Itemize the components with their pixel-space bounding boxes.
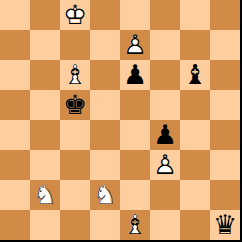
square-f5[interactable]	[150, 90, 180, 120]
white-knight[interactable]: ♞♘	[90, 180, 120, 210]
white-king-outline: ♔	[60, 0, 90, 30]
white-knight[interactable]: ♞♘	[30, 180, 60, 210]
black-king-glyph: ♚	[60, 90, 90, 120]
square-b4[interactable]	[30, 120, 60, 150]
square-c2[interactable]	[60, 180, 90, 210]
square-e6[interactable]: ♟	[120, 60, 150, 90]
square-c6[interactable]: ♝♗	[60, 60, 90, 90]
square-f2[interactable]	[150, 180, 180, 210]
square-a7[interactable]	[0, 30, 30, 60]
square-f4[interactable]: ♟	[150, 120, 180, 150]
chess-diagram: ♚♔♟♙♝♗♟♝♚♟♟♙♞♘♞♘♝♗♛	[0, 0, 242, 242]
square-e1[interactable]: ♝♗	[120, 210, 150, 240]
square-h3[interactable]	[210, 150, 240, 180]
white-pawn-outline: ♙	[150, 150, 180, 180]
square-g1[interactable]	[180, 210, 210, 240]
chess-board: ♚♔♟♙♝♗♟♝♚♟♟♙♞♘♞♘♝♗♛	[0, 0, 242, 242]
square-c8[interactable]: ♚♔	[60, 0, 90, 30]
square-h8[interactable]	[210, 0, 240, 30]
white-bishop[interactable]: ♝♗	[60, 60, 90, 90]
square-d6[interactable]	[90, 60, 120, 90]
square-e2[interactable]	[120, 180, 150, 210]
black-pawn-glyph: ♟	[150, 120, 180, 150]
square-g3[interactable]	[180, 150, 210, 180]
black-bishop-glyph: ♝	[180, 60, 210, 90]
square-c3[interactable]	[60, 150, 90, 180]
white-pawn-outline: ♙	[120, 30, 150, 60]
square-a6[interactable]	[0, 60, 30, 90]
square-h5[interactable]	[210, 90, 240, 120]
black-pawn-glyph: ♟	[120, 60, 150, 90]
square-g5[interactable]	[180, 90, 210, 120]
black-queen[interactable]: ♛	[210, 210, 240, 240]
square-c7[interactable]	[60, 30, 90, 60]
square-c5[interactable]: ♚	[60, 90, 90, 120]
square-b6[interactable]	[30, 60, 60, 90]
square-a1[interactable]	[0, 210, 30, 240]
square-c4[interactable]	[60, 120, 90, 150]
square-f8[interactable]	[150, 0, 180, 30]
square-b3[interactable]	[30, 150, 60, 180]
square-f1[interactable]	[150, 210, 180, 240]
white-knight-outline: ♘	[30, 180, 60, 210]
black-bishop[interactable]: ♝	[180, 60, 210, 90]
square-b1[interactable]	[30, 210, 60, 240]
white-pawn[interactable]: ♟♙	[120, 30, 150, 60]
square-d7[interactable]	[90, 30, 120, 60]
square-e5[interactable]	[120, 90, 150, 120]
square-d1[interactable]	[90, 210, 120, 240]
square-f6[interactable]	[150, 60, 180, 90]
square-b2[interactable]: ♞♘	[30, 180, 60, 210]
square-a3[interactable]	[0, 150, 30, 180]
square-g7[interactable]	[180, 30, 210, 60]
square-f7[interactable]	[150, 30, 180, 60]
square-a2[interactable]	[0, 180, 30, 210]
square-e8[interactable]	[120, 0, 150, 30]
square-d2[interactable]: ♞♘	[90, 180, 120, 210]
square-d4[interactable]	[90, 120, 120, 150]
white-bishop-outline: ♗	[60, 60, 90, 90]
square-e3[interactable]	[120, 150, 150, 180]
square-d5[interactable]	[90, 90, 120, 120]
white-king[interactable]: ♚♔	[60, 0, 90, 30]
square-e7[interactable]: ♟♙	[120, 30, 150, 60]
white-knight-outline: ♘	[90, 180, 120, 210]
white-bishop[interactable]: ♝♗	[120, 210, 150, 240]
square-b7[interactable]	[30, 30, 60, 60]
square-f3[interactable]: ♟♙	[150, 150, 180, 180]
square-d3[interactable]	[90, 150, 120, 180]
square-g8[interactable]	[180, 0, 210, 30]
square-c1[interactable]	[60, 210, 90, 240]
square-b8[interactable]	[30, 0, 60, 30]
square-g6[interactable]: ♝	[180, 60, 210, 90]
square-d8[interactable]	[90, 0, 120, 30]
square-a5[interactable]	[0, 90, 30, 120]
square-h7[interactable]	[210, 30, 240, 60]
square-h6[interactable]	[210, 60, 240, 90]
square-h1[interactable]: ♛	[210, 210, 240, 240]
black-pawn[interactable]: ♟	[120, 60, 150, 90]
square-a8[interactable]	[0, 0, 30, 30]
black-pawn[interactable]: ♟	[150, 120, 180, 150]
white-bishop-outline: ♗	[120, 210, 150, 240]
black-queen-glyph: ♛	[210, 210, 240, 240]
square-g4[interactable]	[180, 120, 210, 150]
square-a4[interactable]	[0, 120, 30, 150]
square-e4[interactable]	[120, 120, 150, 150]
black-king[interactable]: ♚	[60, 90, 90, 120]
white-pawn[interactable]: ♟♙	[150, 150, 180, 180]
square-g2[interactable]	[180, 180, 210, 210]
square-h2[interactable]	[210, 180, 240, 210]
square-h4[interactable]	[210, 120, 240, 150]
square-b5[interactable]	[30, 90, 60, 120]
